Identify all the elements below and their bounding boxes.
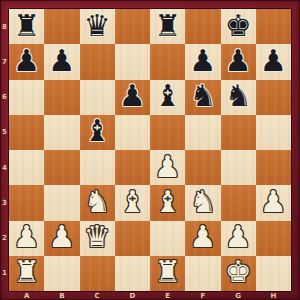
square-a7[interactable]: ♟ bbox=[9, 44, 44, 79]
square-g8[interactable]: ♚ bbox=[221, 9, 256, 44]
square-e6[interactable]: ♝ bbox=[150, 80, 185, 115]
white-pawn[interactable]: ♟ bbox=[9, 220, 44, 255]
file-label-f: F bbox=[185, 291, 220, 300]
black-knight[interactable]: ♞ bbox=[185, 79, 220, 114]
square-d7[interactable] bbox=[115, 44, 150, 79]
white-pawn[interactable]: ♟ bbox=[221, 220, 256, 255]
square-c8[interactable]: ♛ bbox=[80, 9, 115, 44]
square-h4[interactable] bbox=[256, 150, 291, 185]
file-label-d: D bbox=[115, 291, 150, 300]
black-bishop[interactable]: ♝ bbox=[150, 79, 185, 114]
square-e1[interactable]: ♜ bbox=[150, 256, 185, 291]
black-queen[interactable]: ♛ bbox=[80, 8, 115, 43]
square-c7[interactable] bbox=[80, 44, 115, 79]
square-b3[interactable] bbox=[44, 185, 79, 220]
rank-label-1: 1 bbox=[0, 256, 9, 291]
square-h8[interactable] bbox=[256, 9, 291, 44]
square-a5[interactable] bbox=[9, 115, 44, 150]
square-g6[interactable]: ♞ bbox=[221, 80, 256, 115]
black-rook[interactable]: ♜ bbox=[9, 8, 44, 43]
square-d5[interactable] bbox=[115, 115, 150, 150]
square-c5[interactable]: ♝ bbox=[80, 115, 115, 150]
square-f1[interactable] bbox=[185, 256, 220, 291]
square-h7[interactable]: ♟ bbox=[256, 44, 291, 79]
rank-coordinates: 87654321 bbox=[0, 9, 9, 291]
white-queen[interactable]: ♛ bbox=[80, 220, 115, 255]
square-d3[interactable]: ♝ bbox=[115, 185, 150, 220]
file-label-e: E bbox=[150, 291, 185, 300]
square-d2[interactable] bbox=[115, 221, 150, 256]
chess-diagram: ♜♛♜♚♟♟♟♟♟♟♝♞♞♝♟♞♝♝♞♟♟♟♛♟♟♜♜♚ 87654321 AB… bbox=[0, 0, 300, 300]
square-e4[interactable]: ♟ bbox=[150, 150, 185, 185]
square-a8[interactable]: ♜ bbox=[9, 9, 44, 44]
square-e3[interactable]: ♝ bbox=[150, 185, 185, 220]
square-g7[interactable]: ♟ bbox=[221, 44, 256, 79]
square-a4[interactable] bbox=[9, 150, 44, 185]
chess-board: ♜♛♜♚♟♟♟♟♟♟♝♞♞♝♟♞♝♝♞♟♟♟♛♟♟♜♜♚ bbox=[9, 9, 291, 291]
rank-label-3: 3 bbox=[0, 185, 9, 220]
square-d1[interactable] bbox=[115, 256, 150, 291]
black-bishop[interactable]: ♝ bbox=[80, 114, 115, 149]
rank-label-7: 7 bbox=[0, 44, 9, 79]
file-label-c: C bbox=[80, 291, 115, 300]
square-f4[interactable] bbox=[185, 150, 220, 185]
square-a1[interactable]: ♜ bbox=[9, 256, 44, 291]
square-d6[interactable]: ♟ bbox=[115, 80, 150, 115]
square-e5[interactable] bbox=[150, 115, 185, 150]
square-g3[interactable] bbox=[221, 185, 256, 220]
file-label-h: H bbox=[256, 291, 291, 300]
file-label-g: G bbox=[221, 291, 256, 300]
white-pawn[interactable]: ♟ bbox=[185, 220, 220, 255]
white-king[interactable]: ♚ bbox=[221, 255, 256, 290]
square-e8[interactable]: ♜ bbox=[150, 9, 185, 44]
white-rook[interactable]: ♜ bbox=[150, 255, 185, 290]
square-f8[interactable] bbox=[185, 9, 220, 44]
square-b7[interactable]: ♟ bbox=[44, 44, 79, 79]
square-d4[interactable] bbox=[115, 150, 150, 185]
square-b1[interactable] bbox=[44, 256, 79, 291]
black-knight[interactable]: ♞ bbox=[221, 79, 256, 114]
black-pawn[interactable]: ♟ bbox=[221, 43, 256, 78]
square-a2[interactable]: ♟ bbox=[9, 221, 44, 256]
square-e2[interactable] bbox=[150, 221, 185, 256]
square-h6[interactable] bbox=[256, 80, 291, 115]
white-pawn[interactable]: ♟ bbox=[44, 220, 79, 255]
white-bishop[interactable]: ♝ bbox=[150, 184, 185, 219]
square-f3[interactable]: ♞ bbox=[185, 185, 220, 220]
square-c3[interactable]: ♞ bbox=[80, 185, 115, 220]
square-f7[interactable]: ♟ bbox=[185, 44, 220, 79]
black-rook[interactable]: ♜ bbox=[150, 8, 185, 43]
square-h1[interactable] bbox=[256, 256, 291, 291]
rank-label-2: 2 bbox=[0, 221, 9, 256]
rank-label-5: 5 bbox=[0, 115, 9, 150]
file-label-b: B bbox=[44, 291, 79, 300]
square-a6[interactable] bbox=[9, 80, 44, 115]
square-g2[interactable]: ♟ bbox=[221, 221, 256, 256]
rank-label-6: 6 bbox=[0, 80, 9, 115]
square-d8[interactable] bbox=[115, 9, 150, 44]
white-pawn[interactable]: ♟ bbox=[256, 184, 291, 219]
square-b8[interactable] bbox=[44, 9, 79, 44]
square-f2[interactable]: ♟ bbox=[185, 221, 220, 256]
square-h5[interactable] bbox=[256, 115, 291, 150]
square-f6[interactable]: ♞ bbox=[185, 80, 220, 115]
square-g5[interactable] bbox=[221, 115, 256, 150]
black-pawn[interactable]: ♟ bbox=[9, 43, 44, 78]
square-b2[interactable]: ♟ bbox=[44, 221, 79, 256]
square-c2[interactable]: ♛ bbox=[80, 221, 115, 256]
file-label-a: A bbox=[9, 291, 44, 300]
square-g1[interactable]: ♚ bbox=[221, 256, 256, 291]
rank-label-4: 4 bbox=[0, 150, 9, 185]
black-king[interactable]: ♚ bbox=[221, 8, 256, 43]
black-pawn[interactable]: ♟ bbox=[185, 43, 220, 78]
black-pawn[interactable]: ♟ bbox=[44, 43, 79, 78]
square-e7[interactable] bbox=[150, 44, 185, 79]
white-pawn[interactable]: ♟ bbox=[150, 149, 185, 184]
white-knight[interactable]: ♞ bbox=[185, 184, 220, 219]
square-h2[interactable] bbox=[256, 221, 291, 256]
square-b4[interactable] bbox=[44, 150, 79, 185]
black-pawn[interactable]: ♟ bbox=[115, 79, 150, 114]
square-b5[interactable] bbox=[44, 115, 79, 150]
rank-label-8: 8 bbox=[0, 9, 9, 44]
square-c4[interactable] bbox=[80, 150, 115, 185]
square-g4[interactable] bbox=[221, 150, 256, 185]
file-coordinates: ABCDEFGH bbox=[9, 291, 291, 300]
square-a3[interactable] bbox=[9, 185, 44, 220]
black-pawn[interactable]: ♟ bbox=[256, 43, 291, 78]
square-f5[interactable] bbox=[185, 115, 220, 150]
square-h3[interactable]: ♟ bbox=[256, 185, 291, 220]
white-rook[interactable]: ♜ bbox=[9, 255, 44, 290]
square-c1[interactable] bbox=[80, 256, 115, 291]
white-knight[interactable]: ♞ bbox=[80, 184, 115, 219]
square-c6[interactable] bbox=[80, 80, 115, 115]
white-bishop[interactable]: ♝ bbox=[115, 184, 150, 219]
square-b6[interactable] bbox=[44, 80, 79, 115]
